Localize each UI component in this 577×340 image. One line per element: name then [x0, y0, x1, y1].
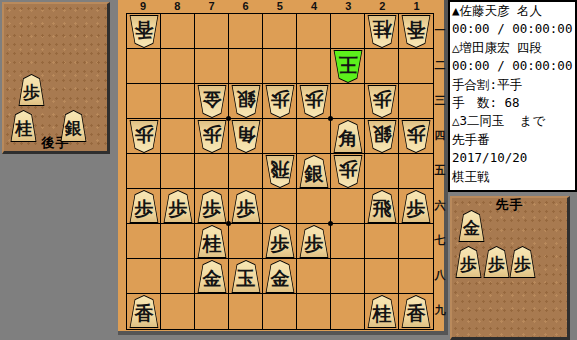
board-cell-5-八[interactable]: 金	[263, 259, 297, 294]
piece-sente-pawn[interactable]: 歩	[231, 190, 261, 223]
board-cell-6-三[interactable]: 銀	[229, 84, 263, 119]
pawn-kanji: 歩	[483, 246, 510, 278]
shogi-board-zone: 987654321 香桂香王金銀歩歩歩歩歩角角銀歩飛銀歩歩歩歩歩飛歩桂歩歩金玉金…	[118, 0, 448, 335]
piece-undefined-pawn[interactable]: 歩	[509, 246, 536, 278]
board-cell-7-七[interactable]: 桂	[195, 224, 229, 259]
piece-gote-pawn[interactable]: 歩	[367, 85, 397, 118]
board-cell-9-二[interactable]	[127, 49, 161, 84]
pawn-kanji: 歩	[401, 190, 431, 223]
board-cell-7-一[interactable]	[195, 14, 229, 49]
board-cell-9-七[interactable]	[127, 224, 161, 259]
pawn-kanji: 歩	[299, 85, 329, 118]
piece-gote-pawn[interactable]: 歩	[333, 155, 363, 188]
pawn-kanji: 歩	[129, 190, 159, 223]
rank-coordinate-labels: 一二三四五六七八九	[434, 13, 446, 328]
info-line-9: 2017/10/20	[450, 149, 575, 167]
piece-undefined-pawn[interactable]: 歩	[18, 74, 45, 106]
board-cell-5-二[interactable]	[263, 49, 297, 84]
board-cell-9-九[interactable]: 香	[127, 294, 161, 329]
lance-kanji: 香	[401, 15, 431, 48]
piece-sente-king[interactable]: 玉	[231, 260, 261, 293]
piece-gote-pawn[interactable]: 歩	[299, 85, 329, 118]
board-cell-5-九[interactable]	[263, 294, 297, 329]
piece-undefined-pawn[interactable]: 歩	[455, 246, 482, 278]
file-coordinate-labels: 987654321	[126, 0, 434, 13]
info-line-3: △増田康宏 四段	[450, 39, 575, 57]
piece-sente-pawn[interactable]: 歩	[299, 225, 329, 258]
file-label-7: 7	[194, 0, 228, 13]
pawn-kanji: 歩	[129, 120, 159, 153]
board-cell-2-一[interactable]: 桂	[365, 14, 399, 49]
bishop-kanji: 角	[231, 120, 261, 153]
knight-kanji: 桂	[367, 295, 397, 328]
piece-sente-pawn[interactable]: 歩	[129, 190, 159, 223]
piece-gote-rook[interactable]: 飛	[265, 155, 295, 188]
piece-undefined-knight[interactable]: 桂	[10, 110, 37, 142]
file-label-8: 8	[160, 0, 194, 13]
pawn-kanji: 歩	[197, 120, 227, 153]
pawn-kanji: 歩	[509, 246, 536, 278]
board-cell-5-四[interactable]	[263, 119, 297, 154]
board-cell-7-三[interactable]: 金	[195, 84, 229, 119]
board-cell-4-四[interactable]	[297, 119, 331, 154]
star-point	[328, 116, 333, 121]
rank-label-6: 六	[434, 188, 446, 223]
rank-label-7: 七	[434, 223, 446, 258]
king-kanji: 王	[333, 50, 363, 83]
piece-undefined-pawn[interactable]: 歩	[483, 246, 510, 278]
file-label-9: 9	[126, 0, 160, 13]
gold-kanji: 金	[197, 260, 227, 293]
file-label-3: 3	[331, 0, 365, 13]
board-cell-9-八[interactable]	[127, 259, 161, 294]
board-cell-9-三[interactable]	[127, 84, 161, 119]
board-cell-3-六[interactable]	[331, 189, 365, 224]
rank-label-9: 九	[434, 293, 446, 328]
board-cell-6-六[interactable]: 歩	[229, 189, 263, 224]
board-cell-3-九[interactable]	[331, 294, 365, 329]
pawn-kanji: 歩	[265, 225, 295, 258]
board-cell-4-九[interactable]	[297, 294, 331, 329]
board-cell-7-四[interactable]: 歩	[195, 119, 229, 154]
pawn-kanji: 歩	[265, 85, 295, 118]
piece-sente-knight[interactable]: 桂	[197, 225, 227, 258]
rank-label-5: 五	[434, 153, 446, 188]
board-cell-1-一[interactable]: 香	[399, 14, 433, 49]
board-cell-6-八[interactable]: 玉	[229, 259, 263, 294]
board-cell-8-五[interactable]	[161, 154, 195, 189]
silver-kanji: 銀	[299, 155, 329, 188]
info-line-2: 00:00 / 00:00:00	[450, 20, 575, 38]
star-point	[226, 116, 231, 121]
board-cell-1-二[interactable]	[399, 49, 433, 84]
board-cell-3-二[interactable]: 王	[331, 49, 365, 84]
board-cell-5-一[interactable]	[263, 14, 297, 49]
board-cell-2-四[interactable]: 銀	[365, 119, 399, 154]
board-cell-1-六[interactable]: 歩	[399, 189, 433, 224]
silver-kanji: 銀	[60, 110, 87, 142]
board-cell-9-一[interactable]: 香	[127, 14, 161, 49]
piece-gote-pawn[interactable]: 歩	[129, 120, 159, 153]
board-cell-5-六[interactable]	[263, 189, 297, 224]
info-line-4: 00:00 / 00:00:00	[450, 57, 575, 75]
board-cell-4-一[interactable]	[297, 14, 331, 49]
lance-kanji: 香	[129, 15, 159, 48]
info-line-7: △3二同玉 まで	[450, 112, 575, 130]
board-cell-1-七[interactable]	[399, 224, 433, 259]
board-cell-9-四[interactable]: 歩	[127, 119, 161, 154]
pawn-kanji: 歩	[163, 190, 193, 223]
board-cell-8-四[interactable]	[161, 119, 195, 154]
board-cell-2-六[interactable]: 飛	[365, 189, 399, 224]
star-point	[226, 221, 231, 226]
board-cell-8-三[interactable]	[161, 84, 195, 119]
board-cell-8-九[interactable]	[161, 294, 195, 329]
file-label-1: 1	[400, 0, 434, 13]
board-cell-4-二[interactable]	[297, 49, 331, 84]
shogi-board-grid: 香桂香王金銀歩歩歩歩歩角角銀歩飛銀歩歩歩歩歩飛歩桂歩歩金玉金香桂香	[126, 13, 434, 330]
bishop-kanji: 角	[333, 120, 363, 153]
piece-undefined-silver[interactable]: 銀	[60, 110, 87, 142]
pawn-kanji: 歩	[18, 74, 45, 106]
board-cell-4-三[interactable]: 歩	[297, 84, 331, 119]
board-cell-9-六[interactable]: 歩	[127, 189, 161, 224]
board-cell-8-七[interactable]	[161, 224, 195, 259]
board-cell-4-七[interactable]: 歩	[297, 224, 331, 259]
piece-gote-gold[interactable]: 金	[197, 85, 227, 118]
board-cell-6-七[interactable]	[229, 224, 263, 259]
board-cell-2-五[interactable]	[365, 154, 399, 189]
pawn-kanji: 歩	[299, 225, 329, 258]
pawn-kanji: 歩	[333, 155, 363, 188]
lance-kanji: 香	[401, 295, 431, 328]
info-line-5: 手合割:平手	[450, 76, 575, 94]
board-cell-7-八[interactable]: 金	[195, 259, 229, 294]
board-cell-4-八[interactable]	[297, 259, 331, 294]
piece-gote-silver[interactable]: 銀	[367, 120, 397, 153]
info-line-1: ▲佐藤天彦 名人	[450, 2, 575, 20]
gote-captured-tray: 後手 歩桂銀	[2, 2, 110, 154]
game-info-panel: ▲佐藤天彦 名人00:00 / 00:00:00△増田康宏 四段00:00 / …	[448, 0, 577, 192]
board-cell-7-九[interactable]	[195, 294, 229, 329]
gold-kanji: 金	[458, 210, 485, 242]
board-cell-3-三[interactable]	[331, 84, 365, 119]
piece-sente-pawn[interactable]: 歩	[401, 190, 431, 223]
sente-captured-tray: 先手 金歩歩歩	[450, 196, 570, 340]
board-cell-3-五[interactable]: 歩	[331, 154, 365, 189]
board-cell-8-二[interactable]	[161, 49, 195, 84]
board-cell-7-六[interactable]: 歩	[195, 189, 229, 224]
rook-kanji: 飛	[265, 155, 295, 188]
piece-sente-silver[interactable]: 銀	[299, 155, 329, 188]
silver-kanji: 銀	[231, 85, 261, 118]
board-cell-8-八[interactable]	[161, 259, 195, 294]
board-cell-2-三[interactable]: 歩	[365, 84, 399, 119]
knight-kanji: 桂	[197, 225, 227, 258]
piece-gote-lance[interactable]: 香	[129, 15, 159, 48]
piece-gote-knight[interactable]: 桂	[367, 15, 397, 48]
board-cell-1-八[interactable]	[399, 259, 433, 294]
pawn-kanji: 歩	[197, 190, 227, 223]
piece-gote-king[interactable]: 王	[333, 50, 363, 83]
silver-kanji: 銀	[367, 120, 397, 153]
pawn-kanji: 歩	[401, 120, 431, 153]
board-cell-8-一[interactable]	[161, 14, 195, 49]
board-cell-4-五[interactable]: 銀	[297, 154, 331, 189]
info-line-10: 棋王戦	[450, 168, 575, 186]
board-cell-7-五[interactable]	[195, 154, 229, 189]
board-cell-5-五[interactable]: 飛	[263, 154, 297, 189]
piece-sente-knight[interactable]: 桂	[367, 295, 397, 328]
rank-label-2: 二	[434, 48, 446, 83]
board-cell-1-九[interactable]: 香	[399, 294, 433, 329]
piece-sente-bishop[interactable]: 角	[333, 120, 363, 153]
board-cell-9-五[interactable]	[127, 154, 161, 189]
board-cell-1-五[interactable]	[399, 154, 433, 189]
piece-gote-bishop[interactable]: 角	[231, 120, 261, 153]
file-label-6: 6	[229, 0, 263, 13]
knight-kanji: 桂	[367, 15, 397, 48]
pawn-kanji: 歩	[231, 190, 261, 223]
rank-label-3: 三	[434, 83, 446, 118]
board-cell-6-一[interactable]	[229, 14, 263, 49]
piece-gote-pawn[interactable]: 歩	[265, 85, 295, 118]
piece-gote-lance[interactable]: 香	[401, 15, 431, 48]
board-cell-5-三[interactable]: 歩	[263, 84, 297, 119]
piece-sente-pawn[interactable]: 歩	[265, 225, 295, 258]
king-kanji: 玉	[231, 260, 261, 293]
pawn-kanji: 歩	[367, 85, 397, 118]
board-cell-2-二[interactable]	[365, 49, 399, 84]
gold-kanji: 金	[265, 260, 295, 293]
piece-undefined-gold[interactable]: 金	[458, 210, 485, 242]
piece-sente-rook[interactable]: 飛	[367, 190, 397, 223]
board-cell-2-九[interactable]: 桂	[365, 294, 399, 329]
info-line-6: 手 数: 68	[450, 94, 575, 112]
piece-gote-silver[interactable]: 銀	[231, 85, 261, 118]
board-cell-1-四[interactable]: 歩	[399, 119, 433, 154]
board-cell-4-六[interactable]	[297, 189, 331, 224]
board-cell-8-六[interactable]: 歩	[161, 189, 195, 224]
knight-kanji: 桂	[10, 110, 37, 142]
piece-sente-lance[interactable]: 香	[129, 295, 159, 328]
piece-sente-pawn[interactable]: 歩	[197, 190, 227, 223]
board-cell-2-八[interactable]	[365, 259, 399, 294]
board-cell-3-八[interactable]	[331, 259, 365, 294]
file-label-5: 5	[263, 0, 297, 13]
board-cell-6-四[interactable]: 角	[229, 119, 263, 154]
rank-label-8: 八	[434, 258, 446, 293]
pawn-kanji: 歩	[455, 246, 482, 278]
gold-kanji: 金	[197, 85, 227, 118]
file-label-2: 2	[365, 0, 399, 13]
board-cell-2-七[interactable]	[365, 224, 399, 259]
board-cell-7-二[interactable]	[195, 49, 229, 84]
board-cell-6-五[interactable]	[229, 154, 263, 189]
board-cell-6-二[interactable]	[229, 49, 263, 84]
piece-gote-pawn[interactable]: 歩	[401, 120, 431, 153]
board-cell-3-七[interactable]	[331, 224, 365, 259]
piece-sente-pawn[interactable]: 歩	[163, 190, 193, 223]
file-label-4: 4	[297, 0, 331, 13]
piece-sente-gold[interactable]: 金	[265, 260, 295, 293]
piece-gote-pawn[interactable]: 歩	[197, 120, 227, 153]
star-point	[328, 221, 333, 226]
board-cell-3-一[interactable]	[331, 14, 365, 49]
info-line-8: 先手番	[450, 131, 575, 149]
board-cell-5-七[interactable]: 歩	[263, 224, 297, 259]
piece-sente-gold[interactable]: 金	[197, 260, 227, 293]
piece-sente-lance[interactable]: 香	[401, 295, 431, 328]
board-cell-6-九[interactable]	[229, 294, 263, 329]
rook-kanji: 飛	[367, 190, 397, 223]
board-cell-3-四[interactable]: 角	[331, 119, 365, 154]
lance-kanji: 香	[129, 295, 159, 328]
rank-label-4: 四	[434, 118, 446, 153]
board-cell-1-三[interactable]	[399, 84, 433, 119]
rank-label-1: 一	[434, 13, 446, 48]
